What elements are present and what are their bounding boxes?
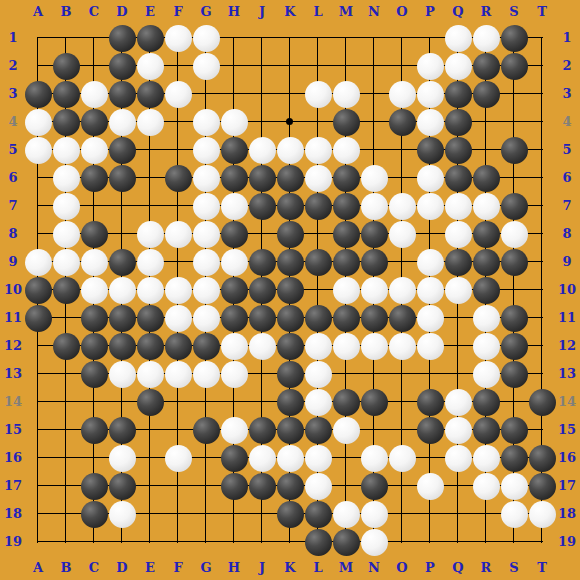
intersection-O8[interactable]: [388, 220, 416, 248]
intersection-H2[interactable]: [220, 52, 248, 80]
intersection-H6[interactable]: [220, 164, 248, 192]
intersection-K4[interactable]: [276, 108, 304, 136]
intersection-D3[interactable]: [108, 80, 136, 108]
intersection-J17[interactable]: [248, 472, 276, 500]
intersection-N12[interactable]: [360, 332, 388, 360]
intersection-R5[interactable]: [472, 136, 500, 164]
intersection-J13[interactable]: [248, 360, 276, 388]
intersection-O16[interactable]: [388, 444, 416, 472]
intersection-A9[interactable]: [24, 248, 52, 276]
intersection-C15[interactable]: [80, 416, 108, 444]
intersection-O10[interactable]: [388, 276, 416, 304]
intersection-G16[interactable]: [192, 444, 220, 472]
intersection-J5[interactable]: [248, 136, 276, 164]
intersection-K8[interactable]: [276, 220, 304, 248]
intersection-A10[interactable]: [24, 276, 52, 304]
intersection-G19[interactable]: [192, 528, 220, 556]
intersection-S4[interactable]: [500, 108, 528, 136]
intersection-Q10[interactable]: [444, 276, 472, 304]
intersection-P2[interactable]: [416, 52, 444, 80]
intersection-H17[interactable]: [220, 472, 248, 500]
intersection-T11[interactable]: [528, 304, 556, 332]
intersection-M5[interactable]: [332, 136, 360, 164]
intersection-N10[interactable]: [360, 276, 388, 304]
intersection-E10[interactable]: [136, 276, 164, 304]
intersection-G14[interactable]: [192, 388, 220, 416]
intersection-J7[interactable]: [248, 192, 276, 220]
intersection-L9[interactable]: [304, 248, 332, 276]
intersection-Q14[interactable]: [444, 388, 472, 416]
intersection-F8[interactable]: [164, 220, 192, 248]
intersection-H7[interactable]: [220, 192, 248, 220]
intersection-E17[interactable]: [136, 472, 164, 500]
intersection-J3[interactable]: [248, 80, 276, 108]
intersection-Q5[interactable]: [444, 136, 472, 164]
intersection-J19[interactable]: [248, 528, 276, 556]
intersection-G2[interactable]: [192, 52, 220, 80]
intersection-E2[interactable]: [136, 52, 164, 80]
intersection-S18[interactable]: [500, 500, 528, 528]
intersection-D16[interactable]: [108, 444, 136, 472]
intersection-K3[interactable]: [276, 80, 304, 108]
intersection-B14[interactable]: [52, 388, 80, 416]
intersection-N13[interactable]: [360, 360, 388, 388]
intersection-F1[interactable]: [164, 24, 192, 52]
intersection-R14[interactable]: [472, 388, 500, 416]
intersection-Q6[interactable]: [444, 164, 472, 192]
intersection-S6[interactable]: [500, 164, 528, 192]
intersection-D4[interactable]: [108, 108, 136, 136]
intersection-A16[interactable]: [24, 444, 52, 472]
intersection-F17[interactable]: [164, 472, 192, 500]
intersection-N14[interactable]: [360, 388, 388, 416]
intersection-B17[interactable]: [52, 472, 80, 500]
intersection-M8[interactable]: [332, 220, 360, 248]
intersection-P19[interactable]: [416, 528, 444, 556]
intersection-A14[interactable]: [24, 388, 52, 416]
intersection-S5[interactable]: [500, 136, 528, 164]
intersection-N4[interactable]: [360, 108, 388, 136]
intersection-J6[interactable]: [248, 164, 276, 192]
intersection-L1[interactable]: [304, 24, 332, 52]
intersection-D7[interactable]: [108, 192, 136, 220]
intersection-L10[interactable]: [304, 276, 332, 304]
intersection-G12[interactable]: [192, 332, 220, 360]
intersection-S1[interactable]: [500, 24, 528, 52]
intersection-F11[interactable]: [164, 304, 192, 332]
intersection-F4[interactable]: [164, 108, 192, 136]
intersection-R9[interactable]: [472, 248, 500, 276]
intersection-M1[interactable]: [332, 24, 360, 52]
intersection-B3[interactable]: [52, 80, 80, 108]
intersection-F2[interactable]: [164, 52, 192, 80]
intersection-T8[interactable]: [528, 220, 556, 248]
intersection-O11[interactable]: [388, 304, 416, 332]
intersection-J4[interactable]: [248, 108, 276, 136]
intersection-N15[interactable]: [360, 416, 388, 444]
intersection-G10[interactable]: [192, 276, 220, 304]
intersection-P8[interactable]: [416, 220, 444, 248]
intersection-G1[interactable]: [192, 24, 220, 52]
intersection-S8[interactable]: [500, 220, 528, 248]
intersection-A17[interactable]: [24, 472, 52, 500]
intersection-T5[interactable]: [528, 136, 556, 164]
intersection-C6[interactable]: [80, 164, 108, 192]
intersection-A8[interactable]: [24, 220, 52, 248]
intersection-J11[interactable]: [248, 304, 276, 332]
intersection-E15[interactable]: [136, 416, 164, 444]
intersection-S3[interactable]: [500, 80, 528, 108]
intersection-B13[interactable]: [52, 360, 80, 388]
intersection-P7[interactable]: [416, 192, 444, 220]
intersection-R13[interactable]: [472, 360, 500, 388]
intersection-K19[interactable]: [276, 528, 304, 556]
intersection-A5[interactable]: [24, 136, 52, 164]
intersection-C7[interactable]: [80, 192, 108, 220]
intersection-D2[interactable]: [108, 52, 136, 80]
intersection-P12[interactable]: [416, 332, 444, 360]
intersection-D10[interactable]: [108, 276, 136, 304]
intersection-R17[interactable]: [472, 472, 500, 500]
intersection-C4[interactable]: [80, 108, 108, 136]
intersection-E3[interactable]: [136, 80, 164, 108]
intersection-Q8[interactable]: [444, 220, 472, 248]
intersection-L6[interactable]: [304, 164, 332, 192]
intersection-A18[interactable]: [24, 500, 52, 528]
intersection-R16[interactable]: [472, 444, 500, 472]
intersection-M10[interactable]: [332, 276, 360, 304]
intersection-B19[interactable]: [52, 528, 80, 556]
intersection-P17[interactable]: [416, 472, 444, 500]
intersection-K14[interactable]: [276, 388, 304, 416]
intersection-C1[interactable]: [80, 24, 108, 52]
intersection-O14[interactable]: [388, 388, 416, 416]
intersection-K6[interactable]: [276, 164, 304, 192]
intersection-O17[interactable]: [388, 472, 416, 500]
intersection-H14[interactable]: [220, 388, 248, 416]
intersection-N18[interactable]: [360, 500, 388, 528]
intersection-C19[interactable]: [80, 528, 108, 556]
intersection-C11[interactable]: [80, 304, 108, 332]
intersection-G4[interactable]: [192, 108, 220, 136]
intersection-L15[interactable]: [304, 416, 332, 444]
intersection-O18[interactable]: [388, 500, 416, 528]
intersection-T16[interactable]: [528, 444, 556, 472]
intersection-L4[interactable]: [304, 108, 332, 136]
intersection-A15[interactable]: [24, 416, 52, 444]
intersection-R18[interactable]: [472, 500, 500, 528]
intersection-D15[interactable]: [108, 416, 136, 444]
intersection-O12[interactable]: [388, 332, 416, 360]
intersection-H18[interactable]: [220, 500, 248, 528]
intersection-N1[interactable]: [360, 24, 388, 52]
intersection-F9[interactable]: [164, 248, 192, 276]
intersection-K12[interactable]: [276, 332, 304, 360]
intersection-F16[interactable]: [164, 444, 192, 472]
intersection-M9[interactable]: [332, 248, 360, 276]
intersection-B18[interactable]: [52, 500, 80, 528]
intersection-M15[interactable]: [332, 416, 360, 444]
intersection-C13[interactable]: [80, 360, 108, 388]
intersection-G3[interactable]: [192, 80, 220, 108]
intersection-K16[interactable]: [276, 444, 304, 472]
intersection-A3[interactable]: [24, 80, 52, 108]
intersection-D18[interactable]: [108, 500, 136, 528]
intersection-C17[interactable]: [80, 472, 108, 500]
intersection-N5[interactable]: [360, 136, 388, 164]
intersection-J14[interactable]: [248, 388, 276, 416]
intersection-D6[interactable]: [108, 164, 136, 192]
intersection-N19[interactable]: [360, 528, 388, 556]
intersection-G15[interactable]: [192, 416, 220, 444]
intersection-T14[interactable]: [528, 388, 556, 416]
intersection-B12[interactable]: [52, 332, 80, 360]
intersection-L5[interactable]: [304, 136, 332, 164]
intersection-M13[interactable]: [332, 360, 360, 388]
intersection-T12[interactable]: [528, 332, 556, 360]
intersection-Q19[interactable]: [444, 528, 472, 556]
intersection-O13[interactable]: [388, 360, 416, 388]
intersection-J16[interactable]: [248, 444, 276, 472]
intersection-R4[interactable]: [472, 108, 500, 136]
intersection-M16[interactable]: [332, 444, 360, 472]
intersection-E8[interactable]: [136, 220, 164, 248]
intersection-S15[interactable]: [500, 416, 528, 444]
intersection-T17[interactable]: [528, 472, 556, 500]
intersection-G6[interactable]: [192, 164, 220, 192]
intersection-Q4[interactable]: [444, 108, 472, 136]
intersection-P11[interactable]: [416, 304, 444, 332]
intersection-F12[interactable]: [164, 332, 192, 360]
intersection-L8[interactable]: [304, 220, 332, 248]
intersection-A1[interactable]: [24, 24, 52, 52]
intersection-Q12[interactable]: [444, 332, 472, 360]
intersection-A7[interactable]: [24, 192, 52, 220]
intersection-P13[interactable]: [416, 360, 444, 388]
intersection-L19[interactable]: [304, 528, 332, 556]
intersection-B10[interactable]: [52, 276, 80, 304]
intersection-O5[interactable]: [388, 136, 416, 164]
intersection-B2[interactable]: [52, 52, 80, 80]
intersection-R12[interactable]: [472, 332, 500, 360]
intersection-T13[interactable]: [528, 360, 556, 388]
intersection-M14[interactable]: [332, 388, 360, 416]
intersection-P3[interactable]: [416, 80, 444, 108]
intersection-C5[interactable]: [80, 136, 108, 164]
intersection-F14[interactable]: [164, 388, 192, 416]
intersection-E5[interactable]: [136, 136, 164, 164]
intersection-K13[interactable]: [276, 360, 304, 388]
intersection-G8[interactable]: [192, 220, 220, 248]
intersection-T4[interactable]: [528, 108, 556, 136]
intersection-C18[interactable]: [80, 500, 108, 528]
intersection-C9[interactable]: [80, 248, 108, 276]
intersection-O15[interactable]: [388, 416, 416, 444]
intersection-C14[interactable]: [80, 388, 108, 416]
intersection-F18[interactable]: [164, 500, 192, 528]
intersection-D8[interactable]: [108, 220, 136, 248]
intersection-K9[interactable]: [276, 248, 304, 276]
intersection-P6[interactable]: [416, 164, 444, 192]
intersection-O2[interactable]: [388, 52, 416, 80]
intersection-N3[interactable]: [360, 80, 388, 108]
intersection-R11[interactable]: [472, 304, 500, 332]
intersection-L17[interactable]: [304, 472, 332, 500]
intersection-J18[interactable]: [248, 500, 276, 528]
intersection-R3[interactable]: [472, 80, 500, 108]
intersection-T2[interactable]: [528, 52, 556, 80]
intersection-T7[interactable]: [528, 192, 556, 220]
intersection-N17[interactable]: [360, 472, 388, 500]
intersection-H16[interactable]: [220, 444, 248, 472]
intersection-K11[interactable]: [276, 304, 304, 332]
intersection-A2[interactable]: [24, 52, 52, 80]
intersection-B1[interactable]: [52, 24, 80, 52]
intersection-H15[interactable]: [220, 416, 248, 444]
intersection-Q2[interactable]: [444, 52, 472, 80]
intersection-J10[interactable]: [248, 276, 276, 304]
intersection-G5[interactable]: [192, 136, 220, 164]
intersection-Q7[interactable]: [444, 192, 472, 220]
intersection-K1[interactable]: [276, 24, 304, 52]
intersection-B6[interactable]: [52, 164, 80, 192]
intersection-M11[interactable]: [332, 304, 360, 332]
intersection-P14[interactable]: [416, 388, 444, 416]
intersection-Q11[interactable]: [444, 304, 472, 332]
intersection-R19[interactable]: [472, 528, 500, 556]
intersection-D13[interactable]: [108, 360, 136, 388]
intersection-L16[interactable]: [304, 444, 332, 472]
intersection-T15[interactable]: [528, 416, 556, 444]
intersection-P15[interactable]: [416, 416, 444, 444]
intersection-S17[interactable]: [500, 472, 528, 500]
intersection-S12[interactable]: [500, 332, 528, 360]
intersection-S14[interactable]: [500, 388, 528, 416]
intersection-T6[interactable]: [528, 164, 556, 192]
intersection-D11[interactable]: [108, 304, 136, 332]
intersection-C10[interactable]: [80, 276, 108, 304]
intersection-G17[interactable]: [192, 472, 220, 500]
intersection-S7[interactable]: [500, 192, 528, 220]
intersection-K2[interactable]: [276, 52, 304, 80]
intersection-N8[interactable]: [360, 220, 388, 248]
intersection-F7[interactable]: [164, 192, 192, 220]
intersection-C3[interactable]: [80, 80, 108, 108]
intersection-B9[interactable]: [52, 248, 80, 276]
intersection-K10[interactable]: [276, 276, 304, 304]
intersection-R7[interactable]: [472, 192, 500, 220]
intersection-M2[interactable]: [332, 52, 360, 80]
intersection-T9[interactable]: [528, 248, 556, 276]
intersection-H13[interactable]: [220, 360, 248, 388]
intersection-D5[interactable]: [108, 136, 136, 164]
intersection-G7[interactable]: [192, 192, 220, 220]
intersection-E9[interactable]: [136, 248, 164, 276]
intersection-G11[interactable]: [192, 304, 220, 332]
intersection-P16[interactable]: [416, 444, 444, 472]
intersection-J2[interactable]: [248, 52, 276, 80]
intersection-N2[interactable]: [360, 52, 388, 80]
intersection-C8[interactable]: [80, 220, 108, 248]
intersection-A4[interactable]: [24, 108, 52, 136]
intersection-O19[interactable]: [388, 528, 416, 556]
intersection-S10[interactable]: [500, 276, 528, 304]
intersection-E19[interactable]: [136, 528, 164, 556]
intersection-A6[interactable]: [24, 164, 52, 192]
intersection-L7[interactable]: [304, 192, 332, 220]
intersection-R10[interactable]: [472, 276, 500, 304]
intersection-Q16[interactable]: [444, 444, 472, 472]
intersection-Q17[interactable]: [444, 472, 472, 500]
intersection-H10[interactable]: [220, 276, 248, 304]
intersection-B11[interactable]: [52, 304, 80, 332]
intersection-N6[interactable]: [360, 164, 388, 192]
intersection-D17[interactable]: [108, 472, 136, 500]
intersection-G18[interactable]: [192, 500, 220, 528]
intersection-S9[interactable]: [500, 248, 528, 276]
intersection-J15[interactable]: [248, 416, 276, 444]
intersection-O3[interactable]: [388, 80, 416, 108]
intersection-P1[interactable]: [416, 24, 444, 52]
intersection-F15[interactable]: [164, 416, 192, 444]
intersection-B5[interactable]: [52, 136, 80, 164]
intersection-J1[interactable]: [248, 24, 276, 52]
intersection-N7[interactable]: [360, 192, 388, 220]
intersection-N9[interactable]: [360, 248, 388, 276]
intersection-T18[interactable]: [528, 500, 556, 528]
intersection-H11[interactable]: [220, 304, 248, 332]
intersection-N11[interactable]: [360, 304, 388, 332]
intersection-G9[interactable]: [192, 248, 220, 276]
intersection-L18[interactable]: [304, 500, 332, 528]
intersection-C2[interactable]: [80, 52, 108, 80]
intersection-L2[interactable]: [304, 52, 332, 80]
intersection-O1[interactable]: [388, 24, 416, 52]
intersection-J9[interactable]: [248, 248, 276, 276]
intersection-M17[interactable]: [332, 472, 360, 500]
intersection-S2[interactable]: [500, 52, 528, 80]
intersection-H1[interactable]: [220, 24, 248, 52]
intersection-E14[interactable]: [136, 388, 164, 416]
intersection-L14[interactable]: [304, 388, 332, 416]
intersection-T3[interactable]: [528, 80, 556, 108]
intersection-K18[interactable]: [276, 500, 304, 528]
intersection-A13[interactable]: [24, 360, 52, 388]
intersection-E4[interactable]: [136, 108, 164, 136]
intersection-O9[interactable]: [388, 248, 416, 276]
intersection-T10[interactable]: [528, 276, 556, 304]
intersection-O7[interactable]: [388, 192, 416, 220]
intersection-B7[interactable]: [52, 192, 80, 220]
intersection-E7[interactable]: [136, 192, 164, 220]
intersection-M7[interactable]: [332, 192, 360, 220]
intersection-B4[interactable]: [52, 108, 80, 136]
intersection-Q3[interactable]: [444, 80, 472, 108]
intersection-C12[interactable]: [80, 332, 108, 360]
intersection-E1[interactable]: [136, 24, 164, 52]
intersection-H4[interactable]: [220, 108, 248, 136]
intersection-M12[interactable]: [332, 332, 360, 360]
intersection-O4[interactable]: [388, 108, 416, 136]
intersection-F3[interactable]: [164, 80, 192, 108]
intersection-L3[interactable]: [304, 80, 332, 108]
intersection-A11[interactable]: [24, 304, 52, 332]
intersection-T1[interactable]: [528, 24, 556, 52]
intersection-E16[interactable]: [136, 444, 164, 472]
intersection-M3[interactable]: [332, 80, 360, 108]
intersection-F6[interactable]: [164, 164, 192, 192]
intersection-D19[interactable]: [108, 528, 136, 556]
